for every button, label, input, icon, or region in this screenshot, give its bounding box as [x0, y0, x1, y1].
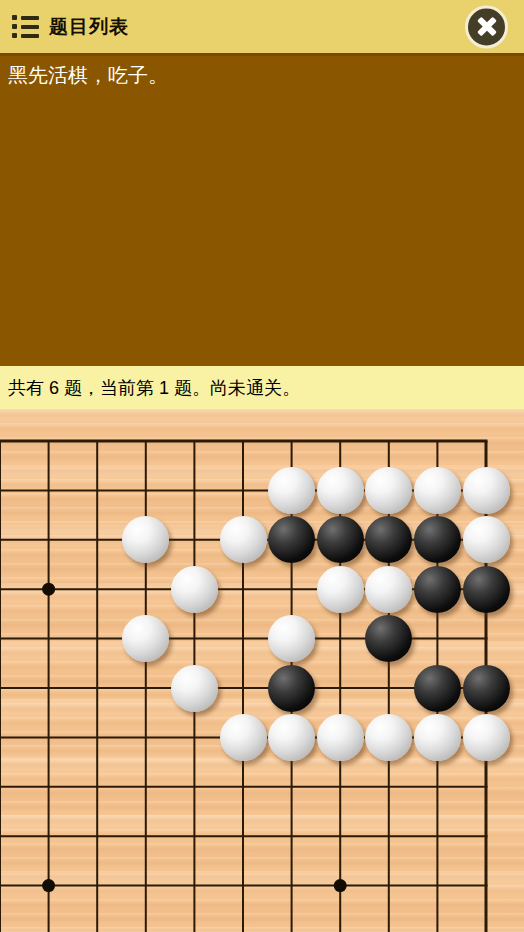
hoshi-star-point — [334, 879, 347, 892]
white-stone — [365, 714, 412, 761]
black-stone — [414, 516, 461, 563]
page-title: 题目列表 — [49, 14, 129, 40]
white-stone — [268, 467, 315, 514]
white-stone — [414, 467, 461, 514]
list-menu-icon — [12, 15, 39, 38]
white-stone — [414, 714, 461, 761]
white-stone — [317, 714, 364, 761]
white-stone — [317, 566, 364, 613]
problem-description-panel: 黑先活棋，吃子。 — [0, 56, 524, 366]
status-text: 共有 6 题，当前第 1 题。尚未通关。 — [8, 376, 300, 400]
black-stone — [414, 665, 461, 712]
white-stone — [220, 714, 267, 761]
white-stone — [317, 467, 364, 514]
go-board[interactable] — [0, 409, 524, 932]
white-stone — [365, 566, 412, 613]
white-stone — [463, 467, 510, 514]
white-stone — [463, 516, 510, 563]
hoshi-star-point — [42, 879, 55, 892]
app-root: 题目列表 黑先活棋，吃子。 共有 6 题，当前第 1 题。尚未通关。 — [0, 0, 524, 932]
black-stone — [463, 566, 510, 613]
white-stone — [220, 516, 267, 563]
white-stone — [171, 665, 218, 712]
problem-description: 黑先活棋，吃子。 — [0, 56, 524, 95]
white-stone — [268, 714, 315, 761]
white-stone — [171, 566, 218, 613]
black-stone — [317, 516, 364, 563]
white-stone — [463, 714, 510, 761]
white-stone — [268, 615, 315, 662]
hoshi-star-point — [42, 583, 55, 596]
black-stone — [414, 566, 461, 613]
title-bar: 题目列表 — [0, 0, 524, 56]
white-stone — [365, 467, 412, 514]
status-bar: 共有 6 题，当前第 1 题。尚未通关。 — [0, 366, 524, 409]
black-stone — [463, 665, 510, 712]
close-button[interactable] — [465, 5, 508, 48]
black-stone — [268, 665, 315, 712]
problem-list-button[interactable]: 题目列表 — [10, 10, 131, 44]
